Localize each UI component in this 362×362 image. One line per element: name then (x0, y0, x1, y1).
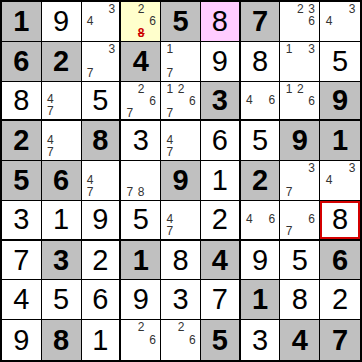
cell-r3c2[interactable]: 47 (42, 82, 82, 122)
pencil-marks: 46 (244, 83, 278, 118)
candidate-digit: 4 (164, 213, 175, 225)
candidate-digit: 6 (306, 15, 317, 27)
empty-candidate-slot (175, 202, 186, 213)
empty-candidate-slot (67, 146, 78, 158)
empty-candidate-slot (147, 174, 158, 186)
cell-r5c3[interactable]: 47 (82, 161, 122, 201)
cell-r8c1[interactable]: 4 (2, 280, 42, 320)
empty-candidate-slot (306, 186, 317, 198)
empty-candidate-slot (266, 106, 277, 117)
cell-r9c9[interactable]: 7 (320, 320, 360, 360)
pencil-marks: 34 (323, 162, 358, 198)
empty-candidate-slot (106, 27, 117, 39)
cell-r3c5[interactable]: 1267 (161, 82, 201, 122)
empty-candidate-slot (106, 174, 117, 186)
empty-candidate-slot (295, 162, 306, 174)
empty-candidate-slot (187, 225, 198, 237)
candidate-digit: 3 (306, 43, 317, 55)
solved-digit: 2 (92, 246, 108, 275)
cell-r5c2[interactable]: 6 (42, 161, 82, 201)
empty-candidate-slot (85, 43, 96, 55)
empty-candidate-slot (244, 106, 255, 117)
empty-candidate-slot (147, 162, 158, 174)
empty-candidate-slot (95, 186, 106, 198)
candidate-digit: 7 (85, 67, 96, 79)
empty-candidate-slot (295, 43, 306, 55)
pencil-marks: 67 (283, 202, 317, 237)
empty-candidate-slot (95, 174, 106, 186)
candidate-digit: 3 (306, 162, 317, 174)
empty-candidate-slot (335, 162, 347, 174)
empty-candidate-slot (283, 55, 294, 67)
pencil-marks: 47 (164, 122, 198, 158)
candidate-digit: 7 (283, 186, 294, 198)
cell-r5c9[interactable]: 34 (320, 161, 360, 201)
empty-candidate-slot (164, 333, 175, 345)
empty-candidate-slot (67, 122, 78, 134)
cell-r9c4[interactable]: 26 (121, 320, 161, 360)
solved-digit: 5 (133, 205, 149, 234)
empty-candidate-slot (56, 146, 67, 158)
empty-candidate-slot (283, 107, 294, 118)
empty-candidate-slot (187, 146, 198, 158)
solved-digit: 9 (252, 246, 268, 275)
candidate-digit: 7 (45, 105, 56, 117)
cell-r7c7[interactable]: 9 (241, 241, 281, 281)
candidate-digit: 6 (306, 213, 317, 225)
given-digit: 1 (252, 285, 268, 314)
cell-r9c8[interactable]: 4 (280, 320, 320, 360)
solved-digit: 9 (212, 47, 228, 76)
empty-candidate-slot (95, 55, 106, 67)
candidate-digit: 2 (295, 83, 306, 95)
cell-r7c9[interactable]: 6 (320, 241, 360, 281)
candidate-digit: 2 (295, 3, 306, 15)
empty-candidate-slot (295, 55, 306, 67)
empty-candidate-slot (175, 95, 186, 107)
empty-candidate-slot (175, 122, 186, 134)
empty-candidate-slot (255, 213, 266, 225)
pencil-marks: 26 (124, 321, 158, 358)
empty-candidate-slot (306, 55, 317, 67)
pencil-marks: 47 (164, 202, 198, 237)
empty-candidate-slot (335, 15, 347, 27)
cell-r8c7[interactable]: 1 (241, 280, 281, 320)
cell-r7c5[interactable]: 8 (161, 241, 201, 281)
sudoku-board: 1934268587236346237417981358475267126734… (0, 0, 362, 362)
cell-r2c1[interactable]: 6 (2, 42, 42, 82)
given-digit: 5 (212, 326, 228, 355)
empty-candidate-slot (295, 186, 306, 198)
solved-digit: 3 (252, 326, 268, 355)
cell-r5c7[interactable]: 2 (241, 161, 281, 201)
candidate-digit: 7 (124, 107, 135, 119)
empty-candidate-slot (283, 202, 294, 213)
cell-r6c7[interactable]: 46 (241, 201, 281, 241)
candidate-digit: 3 (346, 3, 358, 15)
cell-r9c3[interactable]: 1 (82, 320, 122, 360)
cell-r4c2[interactable]: 47 (42, 121, 82, 161)
given-digit: 4 (133, 47, 149, 76)
pencil-marks: 126 (283, 83, 317, 118)
given-digit: 9 (172, 166, 188, 195)
cell-r3c9[interactable]: 9 (320, 82, 360, 122)
cell-r7c6[interactable]: 4 (201, 241, 241, 281)
solved-digit: 8 (13, 86, 29, 115)
empty-candidate-slot (335, 3, 347, 15)
empty-candidate-slot (67, 93, 78, 105)
cell-r3c7[interactable]: 46 (241, 82, 281, 122)
cell-r1c6[interactable]: 8 (201, 2, 241, 42)
cell-r9c1[interactable]: 9 (2, 320, 42, 360)
cell-r3c1[interactable]: 8 (2, 82, 42, 122)
empty-candidate-slot (187, 55, 198, 67)
empty-candidate-slot (124, 83, 135, 95)
empty-candidate-slot (283, 15, 294, 27)
candidate-digit: 7 (124, 186, 135, 198)
given-digit: 8 (53, 326, 69, 355)
empty-candidate-slot (124, 95, 135, 107)
cell-r3c6[interactable]: 3 (201, 82, 241, 122)
pencil-marks: 1267 (164, 83, 198, 118)
cell-r1c9[interactable]: 34 (320, 2, 360, 42)
empty-candidate-slot (295, 27, 306, 39)
pencil-marks: 47 (85, 162, 118, 198)
candidate-digit: 1 (283, 83, 294, 95)
solved-digit: 5 (252, 126, 268, 155)
empty-candidate-slot (67, 134, 78, 146)
candidate-digit: 2 (136, 321, 147, 333)
cell-r1c2[interactable]: 9 (42, 2, 82, 42)
solved-digit: 5 (332, 47, 348, 76)
empty-candidate-slot (136, 333, 147, 345)
given-digit: 7 (332, 326, 348, 355)
empty-candidate-slot (306, 174, 317, 186)
candidate-digit: 1 (164, 43, 175, 55)
cell-r8c4[interactable]: 9 (121, 280, 161, 320)
empty-candidate-slot (323, 186, 335, 198)
solved-digit: 9 (92, 205, 108, 234)
empty-candidate-slot (147, 186, 158, 198)
cell-r7c2[interactable]: 3 (42, 241, 82, 281)
cell-r1c3[interactable]: 34 (82, 2, 122, 42)
given-digit: 9 (332, 86, 348, 115)
candidate-digit: 2 (175, 321, 186, 333)
cell-r6c1[interactable]: 3 (2, 201, 42, 241)
empty-candidate-slot (295, 174, 306, 186)
empty-candidate-slot (56, 93, 67, 105)
empty-candidate-slot (346, 27, 358, 39)
cell-r8c6[interactable]: 7 (201, 280, 241, 320)
empty-candidate-slot (164, 55, 175, 67)
empty-candidate-slot (306, 225, 317, 237)
cell-r7c1[interactable]: 7 (2, 241, 42, 281)
empty-candidate-slot (106, 67, 117, 79)
cell-r8c9[interactable]: 2 (320, 280, 360, 320)
empty-candidate-slot (187, 202, 198, 213)
pencil-marks: 47 (45, 122, 79, 158)
empty-candidate-slot (187, 67, 198, 79)
solved-digit: 8 (292, 285, 308, 314)
empty-candidate-slot (283, 213, 294, 225)
empty-candidate-slot (295, 107, 306, 118)
empty-candidate-slot (255, 106, 266, 117)
solved-digit: 3 (13, 205, 29, 234)
empty-candidate-slot (306, 67, 317, 79)
empty-candidate-slot (124, 15, 135, 27)
empty-candidate-slot (85, 55, 96, 67)
empty-candidate-slot (147, 83, 158, 95)
cell-r2c8[interactable]: 13 (280, 42, 320, 82)
given-digit: 2 (13, 126, 29, 155)
candidate-digit: 4 (85, 15, 96, 27)
empty-candidate-slot (187, 107, 198, 119)
cell-r6c5[interactable]: 47 (161, 201, 201, 241)
given-digit: 2 (252, 166, 268, 195)
cell-r1c7[interactable]: 7 (241, 2, 281, 42)
empty-candidate-slot (266, 225, 277, 236)
empty-candidate-slot (67, 105, 78, 117)
cell-r2c4[interactable]: 4 (121, 42, 161, 82)
candidate-digit: 6 (187, 333, 198, 345)
pencil-marks: 34 (323, 3, 358, 39)
empty-candidate-slot (136, 346, 147, 358)
solved-digit: 3 (172, 285, 188, 314)
cell-r4c8[interactable]: 9 (280, 121, 320, 161)
given-digit: 1 (332, 126, 348, 155)
cell-r4c5[interactable]: 47 (161, 121, 201, 161)
struck-candidate: 8 (136, 27, 147, 39)
cell-r6c4[interactable]: 5 (121, 201, 161, 241)
cell-r7c4[interactable]: 1 (121, 241, 161, 281)
cell-r7c8[interactable]: 5 (280, 241, 320, 281)
given-digit: 6 (332, 246, 348, 275)
cell-r4c4[interactable]: 3 (121, 121, 161, 161)
empty-candidate-slot (95, 67, 106, 79)
cell-r7c3[interactable]: 2 (82, 241, 122, 281)
empty-candidate-slot (306, 83, 317, 95)
empty-candidate-slot (124, 27, 135, 39)
cell-r2c2[interactable]: 2 (42, 42, 82, 82)
cell-r4c3[interactable]: 8 (82, 121, 122, 161)
empty-candidate-slot (283, 162, 294, 174)
empty-candidate-slot (306, 107, 317, 118)
empty-candidate-slot (56, 105, 67, 117)
cell-r2c6[interactable]: 9 (201, 42, 241, 82)
empty-candidate-slot (56, 134, 67, 146)
cell-r4c7[interactable]: 5 (241, 121, 281, 161)
solved-digit: 3 (133, 126, 149, 155)
empty-candidate-slot (175, 225, 186, 237)
cell-r6c2[interactable]: 1 (42, 201, 82, 241)
empty-candidate-slot (306, 27, 317, 39)
empty-candidate-slot (323, 27, 335, 39)
empty-candidate-slot (283, 67, 294, 79)
empty-candidate-slot (283, 95, 294, 107)
cell-r8c3[interactable]: 6 (82, 280, 122, 320)
empty-candidate-slot (164, 321, 175, 333)
empty-candidate-slot (147, 107, 158, 119)
candidate-digit: 4 (244, 94, 255, 106)
empty-candidate-slot (106, 162, 117, 174)
cell-r6c6[interactable]: 2 (201, 201, 241, 241)
given-digit: 6 (13, 47, 29, 76)
solved-digit: 1 (92, 326, 108, 355)
pencil-marks: 46 (244, 202, 278, 237)
solved-digit: 7 (212, 285, 228, 314)
empty-candidate-slot (283, 3, 294, 15)
candidate-digit: 3 (106, 3, 117, 15)
empty-candidate-slot (56, 122, 67, 134)
empty-candidate-slot (106, 186, 117, 198)
cell-r4c6[interactable]: 6 (201, 121, 241, 161)
cell-r3c3[interactable]: 5 (82, 82, 122, 122)
candidate-digit: 1 (164, 83, 175, 95)
empty-candidate-slot (175, 134, 186, 146)
candidate-digit: 1 (283, 43, 294, 55)
solved-digit: 8 (252, 47, 268, 76)
given-digit: 2 (53, 47, 69, 76)
empty-candidate-slot (124, 321, 135, 333)
empty-candidate-slot (124, 3, 135, 15)
given-digit: 3 (53, 246, 69, 275)
cell-r1c5[interactable]: 5 (161, 2, 201, 42)
empty-candidate-slot (136, 95, 147, 107)
cell-r1c1[interactable]: 1 (2, 2, 42, 42)
empty-candidate-slot (106, 15, 117, 27)
solved-digit: 5 (53, 285, 69, 314)
solved-digit: 2 (332, 285, 348, 314)
empty-candidate-slot (187, 213, 198, 225)
candidate-digit: 3 (346, 162, 358, 174)
cell-r4c9[interactable]: 1 (320, 121, 360, 161)
cell-r5c1[interactable]: 5 (2, 161, 42, 201)
solved-digit: 9 (53, 7, 69, 36)
empty-candidate-slot (106, 55, 117, 67)
empty-candidate-slot (346, 186, 358, 198)
pencil-marks: 47 (45, 83, 79, 118)
cell-r2c5[interactable]: 17 (161, 42, 201, 82)
empty-candidate-slot (335, 186, 347, 198)
empty-candidate-slot (187, 346, 198, 358)
solved-digit: 8 (212, 7, 228, 36)
candidate-digit: 7 (164, 146, 175, 158)
empty-candidate-slot (175, 55, 186, 67)
cell-r2c9[interactable]: 5 (320, 42, 360, 82)
empty-candidate-slot (244, 225, 255, 236)
solved-digit: 9 (13, 326, 29, 355)
candidate-digit: 6 (266, 213, 277, 225)
cell-r1c4[interactable]: 268 (121, 2, 161, 42)
empty-candidate-slot (295, 95, 306, 107)
empty-candidate-slot (147, 346, 158, 358)
solved-digit: 5 (92, 86, 108, 115)
candidate-digit: 2 (175, 83, 186, 95)
cell-r3c4[interactable]: 267 (121, 82, 161, 122)
candidate-digit: 7 (45, 146, 56, 158)
solved-digit: 8 (332, 205, 348, 234)
empty-candidate-slot (187, 43, 198, 55)
cell-r9c6[interactable]: 5 (201, 320, 241, 360)
pencil-marks: 78 (124, 162, 158, 198)
empty-candidate-slot (147, 27, 158, 39)
cell-r5c4[interactable]: 78 (121, 161, 161, 201)
cell-r4c1[interactable]: 2 (2, 121, 42, 161)
empty-candidate-slot (255, 83, 266, 94)
cell-r6c8[interactable]: 67 (280, 201, 320, 241)
given-digit: 1 (13, 7, 29, 36)
candidate-digit: 7 (164, 67, 175, 79)
empty-candidate-slot (175, 107, 186, 119)
candidate-digit: 7 (164, 107, 175, 119)
candidate-digit: 8 (136, 186, 147, 198)
empty-candidate-slot (124, 333, 135, 345)
empty-candidate-slot (136, 107, 147, 119)
empty-candidate-slot (346, 174, 358, 186)
cell-r1c8[interactable]: 236 (280, 2, 320, 42)
solved-digit: 1 (53, 205, 69, 234)
empty-candidate-slot (295, 202, 306, 213)
candidate-digit: 2 (136, 83, 147, 95)
empty-candidate-slot (255, 94, 266, 106)
empty-candidate-slot (187, 134, 198, 146)
cell-r5c5[interactable]: 9 (161, 161, 201, 201)
empty-candidate-slot (335, 27, 347, 39)
empty-candidate-slot (164, 346, 175, 358)
cell-r8c2[interactable]: 5 (42, 280, 82, 320)
empty-candidate-slot (95, 3, 106, 15)
pencil-marks: 17 (164, 43, 198, 79)
cell-r2c3[interactable]: 37 (82, 42, 122, 82)
cell-r5c8[interactable]: 37 (280, 161, 320, 201)
cell-r9c7[interactable]: 3 (241, 320, 281, 360)
cell-r9c5[interactable]: 26 (161, 320, 201, 360)
empty-candidate-slot (175, 346, 186, 358)
cell-r3c8[interactable]: 126 (280, 82, 320, 122)
given-digit: 4 (292, 326, 308, 355)
cell-r6c9[interactable]: 8 (320, 201, 360, 241)
cell-r6c3[interactable]: 9 (82, 201, 122, 241)
candidate-digit: 6 (147, 333, 158, 345)
empty-candidate-slot (295, 213, 306, 225)
cell-r8c8[interactable]: 8 (280, 280, 320, 320)
candidate-digit: 2 (136, 3, 147, 15)
empty-candidate-slot (147, 321, 158, 333)
cell-r8c5[interactable]: 3 (161, 280, 201, 320)
pencil-marks: 268 (124, 3, 158, 39)
candidate-digit: 6 (306, 95, 317, 107)
cell-r9c2[interactable]: 8 (42, 320, 82, 360)
empty-candidate-slot (56, 83, 67, 94)
given-digit: 7 (252, 7, 268, 36)
candidate-digit: 4 (244, 213, 255, 225)
empty-candidate-slot (124, 346, 135, 358)
empty-candidate-slot (124, 162, 135, 174)
cell-r5c6[interactable]: 1 (201, 161, 241, 201)
pencil-marks: 13 (283, 43, 317, 79)
empty-candidate-slot (95, 43, 106, 55)
cell-r2c7[interactable]: 8 (241, 42, 281, 82)
empty-candidate-slot (295, 67, 306, 79)
empty-candidate-slot (175, 213, 186, 225)
pencil-marks: 267 (124, 83, 158, 118)
candidate-digit: 6 (187, 95, 198, 107)
solved-digit: 2 (212, 205, 228, 234)
empty-candidate-slot (95, 162, 106, 174)
empty-candidate-slot (335, 174, 347, 186)
empty-candidate-slot (175, 146, 186, 158)
solved-digit: 6 (212, 126, 228, 155)
